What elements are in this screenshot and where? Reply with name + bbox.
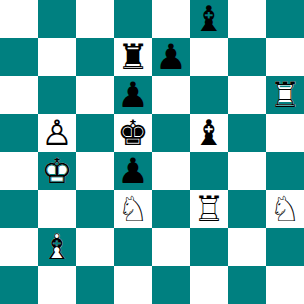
square-h5[interactable]	[266, 114, 304, 152]
square-g6[interactable]	[228, 76, 266, 114]
square-f7[interactable]	[190, 38, 228, 76]
square-a6[interactable]	[0, 76, 38, 114]
square-b7[interactable]	[38, 38, 76, 76]
square-e2[interactable]	[152, 228, 190, 266]
square-a4[interactable]	[0, 152, 38, 190]
square-b3[interactable]	[38, 190, 76, 228]
square-g8[interactable]	[228, 0, 266, 38]
square-b2[interactable]: ♝♗	[38, 228, 76, 266]
black-king-piece: ♚	[114, 114, 152, 152]
square-c7[interactable]	[76, 38, 114, 76]
square-f1[interactable]	[190, 266, 228, 304]
black-bishop-piece: ♝	[190, 114, 228, 152]
square-h4[interactable]	[266, 152, 304, 190]
square-e3[interactable]	[152, 190, 190, 228]
square-b8[interactable]	[38, 0, 76, 38]
square-g3[interactable]	[228, 190, 266, 228]
white-rook-outline: ♖	[190, 190, 228, 228]
square-c8[interactable]	[76, 0, 114, 38]
square-c2[interactable]	[76, 228, 114, 266]
square-h1[interactable]	[266, 266, 304, 304]
square-b5[interactable]: ♟♙	[38, 114, 76, 152]
square-h6[interactable]: ♜♖	[266, 76, 304, 114]
square-d1[interactable]	[114, 266, 152, 304]
square-g7[interactable]	[228, 38, 266, 76]
white-pawn-piece: ♟♙	[38, 114, 76, 152]
square-f8[interactable]: ♝	[190, 0, 228, 38]
black-rook-glyph: ♜	[114, 38, 152, 76]
square-d3[interactable]: ♞♘	[114, 190, 152, 228]
black-pawn-piece: ♟	[114, 152, 152, 190]
white-knight-piece: ♞♘	[114, 190, 152, 228]
square-e1[interactable]	[152, 266, 190, 304]
white-king-piece: ♚♔	[38, 152, 76, 190]
square-b6[interactable]	[38, 76, 76, 114]
square-a3[interactable]	[0, 190, 38, 228]
chess-board: ♝♜♟♟♜♖♟♙♚♝♚♔♟♞♘♜♖♞♘♝♗	[0, 0, 304, 304]
square-d2[interactable]	[114, 228, 152, 266]
white-knight-outline: ♘	[266, 190, 304, 228]
black-pawn-glyph: ♟	[114, 76, 152, 114]
black-bishop-piece: ♝	[190, 0, 228, 38]
black-king-glyph: ♚	[114, 114, 152, 152]
square-d5[interactable]: ♚	[114, 114, 152, 152]
white-knight-outline: ♘	[114, 190, 152, 228]
square-h8[interactable]	[266, 0, 304, 38]
square-c4[interactable]	[76, 152, 114, 190]
square-c6[interactable]	[76, 76, 114, 114]
square-h7[interactable]	[266, 38, 304, 76]
square-b1[interactable]	[38, 266, 76, 304]
square-a1[interactable]	[0, 266, 38, 304]
white-knight-piece: ♞♘	[266, 190, 304, 228]
square-b4[interactable]: ♚♔	[38, 152, 76, 190]
square-e4[interactable]	[152, 152, 190, 190]
black-pawn-glyph: ♟	[114, 152, 152, 190]
square-e8[interactable]	[152, 0, 190, 38]
white-rook-piece: ♜♖	[190, 190, 228, 228]
black-pawn-glyph: ♟	[152, 38, 190, 76]
square-f6[interactable]	[190, 76, 228, 114]
square-g5[interactable]	[228, 114, 266, 152]
square-e6[interactable]	[152, 76, 190, 114]
square-d6[interactable]: ♟	[114, 76, 152, 114]
square-a8[interactable]	[0, 0, 38, 38]
square-d8[interactable]	[114, 0, 152, 38]
white-pawn-outline: ♙	[38, 114, 76, 152]
black-bishop-glyph: ♝	[190, 114, 228, 152]
square-h2[interactable]	[266, 228, 304, 266]
square-c1[interactable]	[76, 266, 114, 304]
square-a7[interactable]	[0, 38, 38, 76]
black-rook-piece: ♜	[114, 38, 152, 76]
square-f3[interactable]: ♜♖	[190, 190, 228, 228]
white-bishop-outline: ♗	[38, 228, 76, 266]
black-bishop-glyph: ♝	[190, 0, 228, 38]
square-h3[interactable]: ♞♘	[266, 190, 304, 228]
white-rook-piece: ♜♖	[266, 76, 304, 114]
square-a2[interactable]	[0, 228, 38, 266]
square-e7[interactable]: ♟	[152, 38, 190, 76]
square-g4[interactable]	[228, 152, 266, 190]
square-c3[interactable]	[76, 190, 114, 228]
square-c5[interactable]	[76, 114, 114, 152]
square-f4[interactable]	[190, 152, 228, 190]
square-a5[interactable]	[0, 114, 38, 152]
black-pawn-piece: ♟	[114, 76, 152, 114]
square-e5[interactable]	[152, 114, 190, 152]
square-d7[interactable]: ♜	[114, 38, 152, 76]
square-d4[interactable]: ♟	[114, 152, 152, 190]
square-f2[interactable]	[190, 228, 228, 266]
white-bishop-piece: ♝♗	[38, 228, 76, 266]
square-f5[interactable]: ♝	[190, 114, 228, 152]
white-rook-outline: ♖	[266, 76, 304, 114]
square-g2[interactable]	[228, 228, 266, 266]
square-g1[interactable]	[228, 266, 266, 304]
white-king-outline: ♔	[38, 152, 76, 190]
black-pawn-piece: ♟	[152, 38, 190, 76]
